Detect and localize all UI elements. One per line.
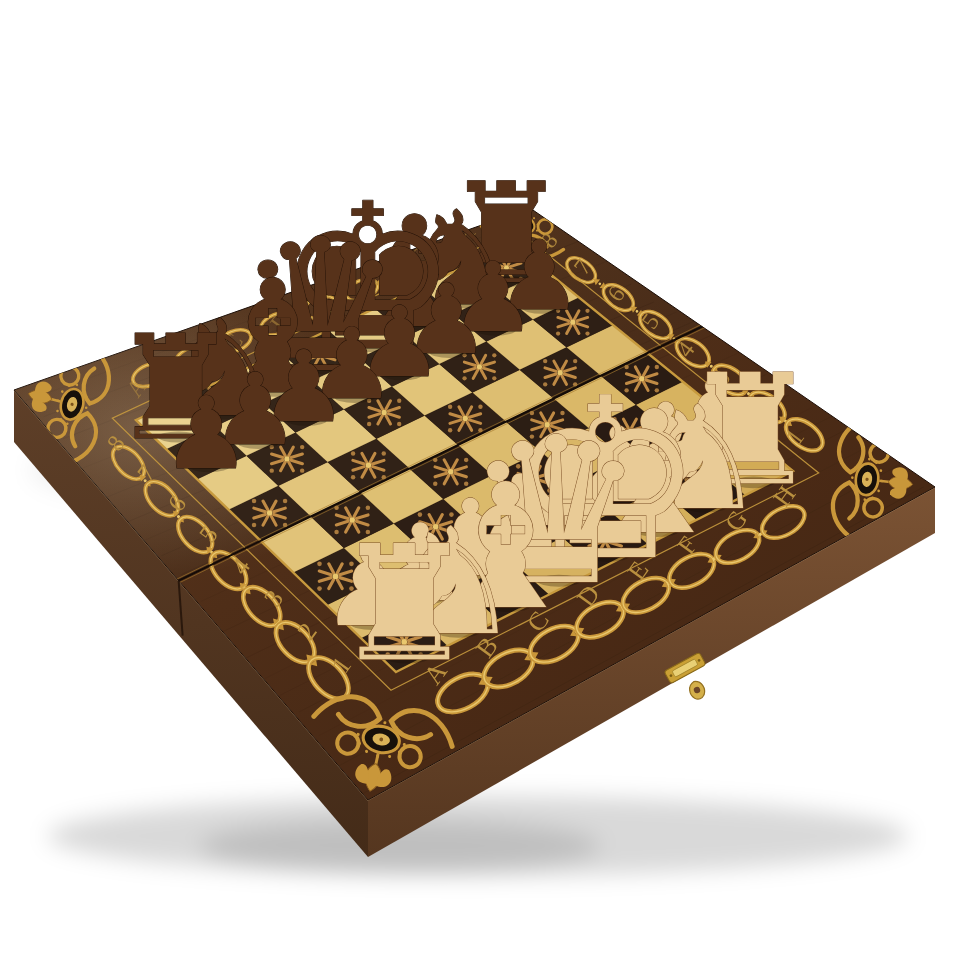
- piece-white-rook-a1[interactable]: ♜: [333, 511, 476, 697]
- chess-box-photo: Open folding wooden chess box with golde…: [0, 0, 968, 967]
- chess-board: AA11BB22CC33DD44EE55FF66GG77HH88♜♞♟♝♟♚♟♛…: [0, 0, 968, 967]
- piece-black-pawn-a7[interactable]: ♟: [162, 375, 252, 492]
